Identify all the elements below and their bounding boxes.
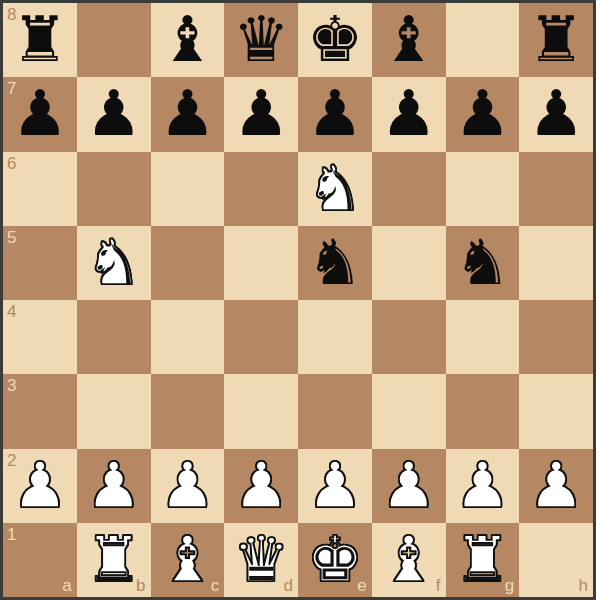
square-b4[interactable]	[77, 300, 151, 374]
square-b1[interactable]: b♜	[77, 523, 151, 597]
square-e7[interactable]: ♟	[298, 77, 372, 151]
square-e2[interactable]: ♟	[298, 449, 372, 523]
file-label-h: h	[579, 577, 588, 594]
rank-label-6: 6	[7, 155, 16, 172]
square-h4[interactable]	[519, 300, 593, 374]
square-f5[interactable]	[372, 226, 446, 300]
square-b6[interactable]	[77, 152, 151, 226]
square-a4[interactable]: 4	[3, 300, 77, 374]
square-h8[interactable]: ♜	[519, 3, 593, 77]
rank-label-3: 3	[7, 377, 16, 394]
piece-white-king[interactable]: ♚	[307, 523, 363, 597]
piece-white-pawn[interactable]: ♟	[233, 449, 289, 523]
piece-black-bishop[interactable]: ♝	[159, 3, 215, 77]
square-c3[interactable]	[151, 374, 225, 448]
square-e5[interactable]: ♞	[298, 226, 372, 300]
piece-black-pawn[interactable]: ♟	[233, 77, 289, 151]
piece-white-rook[interactable]: ♜	[454, 523, 510, 597]
square-f1[interactable]: f♝	[372, 523, 446, 597]
square-c4[interactable]	[151, 300, 225, 374]
piece-black-pawn[interactable]: ♟	[159, 77, 215, 151]
piece-black-king[interactable]: ♚	[307, 3, 363, 77]
rank-label-4: 4	[7, 303, 16, 320]
piece-white-pawn[interactable]: ♟	[307, 449, 363, 523]
square-g7[interactable]: ♟	[446, 77, 520, 151]
square-a6[interactable]: 6	[3, 152, 77, 226]
piece-white-pawn[interactable]: ♟	[159, 449, 215, 523]
piece-black-pawn[interactable]: ♟	[307, 77, 363, 151]
piece-black-knight[interactable]: ♞	[307, 226, 363, 300]
square-b8[interactable]	[77, 3, 151, 77]
square-d5[interactable]	[224, 226, 298, 300]
square-c8[interactable]: ♝	[151, 3, 225, 77]
square-b5[interactable]: ♞	[77, 226, 151, 300]
square-a2[interactable]: 2♟	[3, 449, 77, 523]
square-d4[interactable]	[224, 300, 298, 374]
piece-black-knight[interactable]: ♞	[454, 226, 510, 300]
piece-white-bishop[interactable]: ♝	[159, 523, 215, 597]
square-a3[interactable]: 3	[3, 374, 77, 448]
square-d1[interactable]: d♛	[224, 523, 298, 597]
square-a8[interactable]: 8♜	[3, 3, 77, 77]
square-h2[interactable]: ♟	[519, 449, 593, 523]
square-c6[interactable]	[151, 152, 225, 226]
piece-black-pawn[interactable]: ♟	[528, 77, 584, 151]
square-f4[interactable]	[372, 300, 446, 374]
square-g5[interactable]: ♞	[446, 226, 520, 300]
square-f7[interactable]: ♟	[372, 77, 446, 151]
square-g8[interactable]	[446, 3, 520, 77]
square-e8[interactable]: ♚	[298, 3, 372, 77]
piece-black-pawn[interactable]: ♟	[85, 77, 141, 151]
file-label-a: a	[62, 577, 71, 594]
square-b2[interactable]: ♟	[77, 449, 151, 523]
square-f8[interactable]: ♝	[372, 3, 446, 77]
square-g6[interactable]	[446, 152, 520, 226]
piece-black-queen[interactable]: ♛	[233, 3, 289, 77]
square-f2[interactable]: ♟	[372, 449, 446, 523]
square-g1[interactable]: g♜	[446, 523, 520, 597]
square-e3[interactable]	[298, 374, 372, 448]
square-a7[interactable]: 7♟	[3, 77, 77, 151]
square-c5[interactable]	[151, 226, 225, 300]
piece-white-knight[interactable]: ♞	[307, 152, 363, 226]
square-c1[interactable]: c♝	[151, 523, 225, 597]
piece-white-pawn[interactable]: ♟	[85, 449, 141, 523]
piece-white-pawn[interactable]: ♟	[380, 449, 436, 523]
piece-white-rook[interactable]: ♜	[85, 523, 141, 597]
rank-label-1: 1	[7, 526, 16, 543]
square-g2[interactable]: ♟	[446, 449, 520, 523]
square-a5[interactable]: 5	[3, 226, 77, 300]
piece-black-pawn[interactable]: ♟	[380, 77, 436, 151]
square-h6[interactable]	[519, 152, 593, 226]
chess-board-wrap: 8♜♝♛♚♝♜7♟♟♟♟♟♟♟♟6♞5♞♞♞432♟♟♟♟♟♟♟♟1ab♜c♝d…	[0, 0, 596, 600]
piece-black-rook[interactable]: ♜	[12, 3, 68, 77]
square-e4[interactable]	[298, 300, 372, 374]
square-f3[interactable]	[372, 374, 446, 448]
square-g3[interactable]	[446, 374, 520, 448]
square-a1[interactable]: 1a	[3, 523, 77, 597]
square-h3[interactable]	[519, 374, 593, 448]
chess-board: 8♜♝♛♚♝♜7♟♟♟♟♟♟♟♟6♞5♞♞♞432♟♟♟♟♟♟♟♟1ab♜c♝d…	[0, 0, 596, 600]
piece-black-bishop[interactable]: ♝	[380, 3, 436, 77]
square-d6[interactable]	[224, 152, 298, 226]
square-c7[interactable]: ♟	[151, 77, 225, 151]
piece-white-pawn[interactable]: ♟	[528, 449, 584, 523]
square-b3[interactable]	[77, 374, 151, 448]
piece-black-pawn[interactable]: ♟	[454, 77, 510, 151]
square-h5[interactable]	[519, 226, 593, 300]
piece-black-pawn[interactable]: ♟	[12, 77, 68, 151]
piece-white-queen[interactable]: ♛	[233, 523, 289, 597]
square-h7[interactable]: ♟	[519, 77, 593, 151]
square-d2[interactable]: ♟	[224, 449, 298, 523]
piece-white-pawn[interactable]: ♟	[454, 449, 510, 523]
piece-white-bishop[interactable]: ♝	[380, 523, 436, 597]
piece-white-pawn[interactable]: ♟	[12, 449, 68, 523]
square-f6[interactable]	[372, 152, 446, 226]
square-e6[interactable]: ♞	[298, 152, 372, 226]
square-e1[interactable]: e♚	[298, 523, 372, 597]
square-c2[interactable]: ♟	[151, 449, 225, 523]
square-d3[interactable]	[224, 374, 298, 448]
square-h1[interactable]: h	[519, 523, 593, 597]
square-g4[interactable]	[446, 300, 520, 374]
square-b7[interactable]: ♟	[77, 77, 151, 151]
piece-white-knight[interactable]: ♞	[85, 226, 141, 300]
piece-black-rook[interactable]: ♜	[528, 3, 584, 77]
rank-label-5: 5	[7, 229, 16, 246]
square-d7[interactable]: ♟	[224, 77, 298, 151]
square-d8[interactable]: ♛	[224, 3, 298, 77]
